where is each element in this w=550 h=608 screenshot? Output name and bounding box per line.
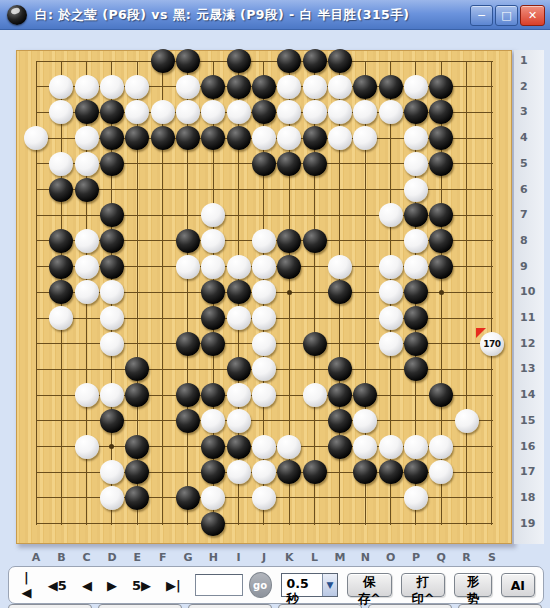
stone-N17 [353,460,377,484]
stone-G2 [176,75,200,99]
clipped-toolbar-row [8,604,542,608]
board-grid: 170 [16,50,512,544]
nav-back-button[interactable]: ◀ [78,576,96,595]
nav-back5-button[interactable]: ◀5 [44,576,71,595]
star-point [109,444,114,449]
stone-M9 [328,255,352,279]
row-label-7: 7 [520,208,540,221]
stone-G15 [176,409,200,433]
stone-D8 [100,229,124,253]
stone-G18 [176,486,200,510]
stone-P12 [404,332,428,356]
save-button[interactable]: 保存^ [347,573,392,597]
stone-D9 [100,255,124,279]
minimize-button[interactable]: ─ [470,5,493,26]
stone-N16 [353,435,377,459]
stone-K5 [277,152,301,176]
stone-C8 [75,229,99,253]
stone-F3 [151,100,175,124]
column-label-D: D [104,551,120,564]
stone-H10 [201,280,225,304]
column-label-J: J [256,551,272,564]
row-label-5: 5 [520,157,540,170]
column-label-N: N [357,551,373,564]
stone-G14 [176,383,200,407]
row-label-8: 8 [520,234,540,247]
go-button[interactable]: go [249,572,272,598]
stone-Q5 [429,152,453,176]
stone-O11 [379,306,403,330]
grid-line [36,523,493,524]
stone-J14 [252,383,276,407]
stone-D10 [100,280,124,304]
stone-S12: 170 [480,332,504,356]
star-point [439,290,444,295]
stone-Q16 [429,435,453,459]
stone-C16 [75,435,99,459]
stone-R15 [455,409,479,433]
stone-Q9 [429,255,453,279]
stone-N3 [353,100,377,124]
stone-I2 [227,75,251,99]
row-label-6: 6 [520,183,540,196]
stone-F1 [151,49,175,73]
column-label-Q: Q [433,551,449,564]
stone-J10 [252,280,276,304]
stone-Q3 [429,100,453,124]
column-label-G: G [180,551,196,564]
stone-P2 [404,75,428,99]
stone-J17 [252,460,276,484]
stone-O10 [379,280,403,304]
stone-P10 [404,280,428,304]
grid-line [491,61,492,525]
stone-J12 [252,332,276,356]
stone-M1 [328,49,352,73]
chevron-down-icon[interactable]: ▼ [322,574,337,596]
stone-K1 [277,49,301,73]
stone-J4 [252,126,276,150]
stone-I17 [227,460,251,484]
stone-B9 [49,255,73,279]
stone-K8 [277,229,301,253]
stone-L17 [303,460,327,484]
row-label-3: 3 [520,105,540,118]
stone-C10 [75,280,99,304]
row-label-17: 17 [520,465,540,478]
stone-E17 [125,460,149,484]
stone-K9 [277,255,301,279]
stone-Q14 [429,383,453,407]
stone-D11 [100,306,124,330]
stone-J16 [252,435,276,459]
nav-forward-button[interactable]: ▶ [103,576,121,595]
stone-H4 [201,126,225,150]
stone-E13 [125,357,149,381]
stone-J18 [252,486,276,510]
row-label-15: 15 [520,414,540,427]
stone-F4 [151,126,175,150]
column-label-B: B [53,551,69,564]
stone-P7 [404,203,428,227]
stone-B2 [49,75,73,99]
stone-I11 [227,306,251,330]
ai-button[interactable]: AI [501,573,535,597]
stone-N2 [353,75,377,99]
stone-O12 [379,332,403,356]
stone-H18 [201,486,225,510]
stone-B8 [49,229,73,253]
stone-J2 [252,75,276,99]
stone-P17 [404,460,428,484]
stone-G12 [176,332,200,356]
column-label-O: O [383,551,399,564]
stone-N4 [353,126,377,150]
stone-H16 [201,435,225,459]
stone-P11 [404,306,428,330]
stone-L12 [303,332,327,356]
stone-E2 [125,75,149,99]
stone-D15 [100,409,124,433]
row-label-14: 14 [520,388,540,401]
row-label-4: 4 [520,131,540,144]
grid-line [36,61,493,62]
row-label-2: 2 [520,80,540,93]
close-button[interactable]: ✕ [520,5,545,26]
column-label-C: C [79,551,95,564]
stone-P3 [404,100,428,124]
nav-last-button[interactable]: ▶| [162,576,185,595]
column-label-K: K [281,551,297,564]
stone-Q4 [429,126,453,150]
stone-I15 [227,409,251,433]
stone-B6 [49,178,73,202]
stone-H19 [201,512,225,536]
stone-H3 [201,100,225,124]
print-button[interactable]: 打印^ [401,573,446,597]
stone-D18 [100,486,124,510]
column-label-F: F [155,551,171,564]
stone-O17 [379,460,403,484]
column-label-M: M [332,551,348,564]
move-number-input[interactable] [195,574,243,596]
stone-D14 [100,383,124,407]
stone-P5 [404,152,428,176]
stone-H8 [201,229,225,253]
app-window: 白: 於之莹 (P6段) vs 黑: 元晟溱 (P9段) - 白 半目胜(315… [0,0,550,608]
stone-C6 [75,178,99,202]
column-label-P: P [408,551,424,564]
stone-G9 [176,255,200,279]
stone-K2 [277,75,301,99]
stone-G1 [176,49,200,73]
stone-L3 [303,100,327,124]
row-label-11: 11 [520,311,540,324]
stone-M14 [328,383,352,407]
column-label-H: H [205,551,221,564]
stone-H11 [201,306,225,330]
stone-D3 [100,100,124,124]
stone-J5 [252,152,276,176]
star-point [287,290,292,295]
stone-O16 [379,435,403,459]
stone-M4 [328,126,352,150]
stone-K3 [277,100,301,124]
stone-C4 [75,126,99,150]
stone-H12 [201,332,225,356]
column-label-A: A [28,551,44,564]
stone-I14 [227,383,251,407]
control-panel: |◀ ◀5 ◀ ▶ 5▶ ▶| go 0.5秒 ▼ 保存^ 打印^ 形势 AI [8,566,544,604]
stone-D4 [100,126,124,150]
stone-I10 [227,280,251,304]
window-title: 白: 於之莹 (P6段) vs 黑: 元晟溱 (P9段) - 白 半目胜(315… [35,7,410,24]
stone-B3 [49,100,73,124]
stone-L1 [303,49,327,73]
column-label-I: I [231,551,247,564]
stone-C5 [75,152,99,176]
stone-E14 [125,383,149,407]
stone-H17 [201,460,225,484]
stone-H7 [201,203,225,227]
stone-D2 [100,75,124,99]
row-label-13: 13 [520,362,540,375]
stone-O3 [379,100,403,124]
stone-M15 [328,409,352,433]
stone-C3 [75,100,99,124]
stone-L5 [303,152,327,176]
stone-I1 [227,49,251,73]
stone-M10 [328,280,352,304]
row-label-16: 16 [520,440,540,453]
row-label-1: 1 [520,54,540,67]
row-label-9: 9 [520,260,540,273]
stone-D17 [100,460,124,484]
stone-N15 [353,409,377,433]
stone-M3 [328,100,352,124]
maximize-button[interactable]: □ [495,5,518,26]
stone-P18 [404,486,428,510]
stone-K16 [277,435,301,459]
stone-Q7 [429,203,453,227]
last-move-number: 170 [480,332,504,356]
stone-M2 [328,75,352,99]
stone-P4 [404,126,428,150]
stone-H9 [201,255,225,279]
stone-K17 [277,460,301,484]
delay-dropdown[interactable]: 0.5秒 ▼ [281,573,338,597]
stone-D12 [100,332,124,356]
stone-P8 [404,229,428,253]
territory-button[interactable]: 形势 [454,573,491,597]
window-content: 170 |◀ ◀5 ◀ ▶ 5▶ ▶| go 0.5秒 ▼ 保存^ 打印^ 形势… [0,30,550,608]
stone-B11 [49,306,73,330]
column-label-R: R [459,551,475,564]
go-stone-app-icon [7,5,27,25]
window-controls: ─ □ ✕ [470,5,550,26]
stone-Q2 [429,75,453,99]
stone-G8 [176,229,200,253]
stone-L8 [303,229,327,253]
stone-H15 [201,409,225,433]
row-label-12: 12 [520,337,540,350]
stone-B5 [49,152,73,176]
column-label-E: E [129,551,145,564]
nav-first-button[interactable]: |◀ [16,568,37,602]
stone-E18 [125,486,149,510]
nav-forward5-button[interactable]: 5▶ [128,576,155,595]
stone-I9 [227,255,251,279]
stone-A4 [24,126,48,150]
stone-E4 [125,126,149,150]
stone-D5 [100,152,124,176]
stone-J11 [252,306,276,330]
stone-C14 [75,383,99,407]
stone-C2 [75,75,99,99]
stone-L2 [303,75,327,99]
stone-I16 [227,435,251,459]
stone-D7 [100,203,124,227]
stone-O7 [379,203,403,227]
row-label-19: 19 [520,517,540,530]
delay-value: 0.5秒 [282,574,322,596]
stone-I13 [227,357,251,381]
row-label-18: 18 [520,491,540,504]
command-buttons: 保存^ 打印^ 形势 AI [338,573,535,597]
stone-E3 [125,100,149,124]
stone-M13 [328,357,352,381]
stone-G4 [176,126,200,150]
stone-J9 [252,255,276,279]
stone-L14 [303,383,327,407]
row-label-10: 10 [520,285,540,298]
stone-P6 [404,178,428,202]
stone-C9 [75,255,99,279]
stone-P9 [404,255,428,279]
stone-O2 [379,75,403,99]
stone-H2 [201,75,225,99]
stone-I4 [227,126,251,150]
stone-H14 [201,383,225,407]
stone-G3 [176,100,200,124]
stone-B10 [49,280,73,304]
stone-J13 [252,357,276,381]
stone-J3 [252,100,276,124]
stone-E16 [125,435,149,459]
column-label-S: S [484,551,500,564]
column-label-L: L [307,551,323,564]
stone-P16 [404,435,428,459]
stone-J8 [252,229,276,253]
stone-Q17 [429,460,453,484]
stone-P13 [404,357,428,381]
stone-L4 [303,126,327,150]
title-bar: 白: 於之莹 (P6段) vs 黑: 元晟溱 (P9段) - 白 半目胜(315… [0,0,550,30]
grid-line [466,61,467,525]
stone-M16 [328,435,352,459]
stone-I3 [227,100,251,124]
stone-Q8 [429,229,453,253]
stone-O9 [379,255,403,279]
stone-N14 [353,383,377,407]
stone-K4 [277,126,301,150]
